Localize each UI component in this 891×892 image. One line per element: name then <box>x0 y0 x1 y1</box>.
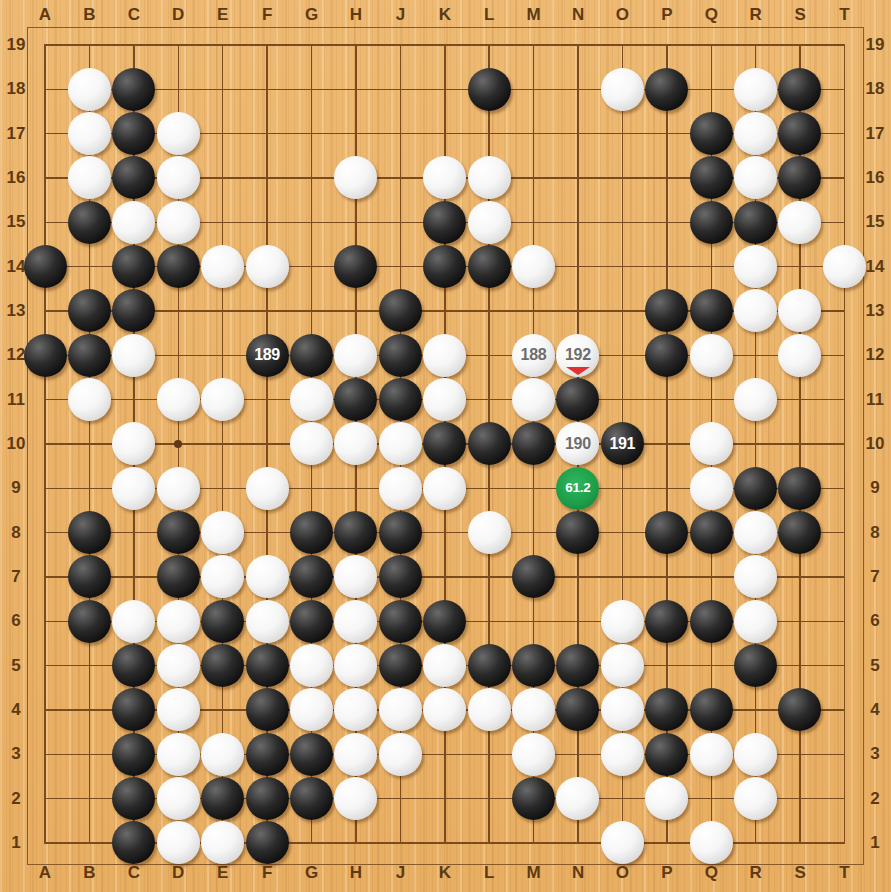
black-stone-B8 <box>68 511 111 554</box>
white-stone-R18 <box>734 68 777 111</box>
move-number-label: 61.2 <box>565 481 590 495</box>
black-stone-J5 <box>379 644 422 687</box>
white-stone-S13 <box>778 289 821 332</box>
white-stone-B16 <box>68 156 111 199</box>
black-stone-G8 <box>290 511 333 554</box>
black-stone-J7 <box>379 555 422 598</box>
white-stone-K11 <box>423 378 466 421</box>
black-stone-S16 <box>778 156 821 199</box>
black-stone-L18 <box>468 68 511 111</box>
black-stone-L14 <box>468 245 511 288</box>
black-stone-B15 <box>68 201 111 244</box>
black-stone-Q4 <box>690 688 733 731</box>
white-stone-H10 <box>334 422 377 465</box>
black-stone-B12 <box>68 334 111 377</box>
white-stone-G11 <box>290 378 333 421</box>
white-stone-R16 <box>734 156 777 199</box>
black-stone-H11 <box>334 378 377 421</box>
white-stone-J9 <box>379 467 422 510</box>
black-stone-N11 <box>556 378 599 421</box>
white-stone-N12: 192 <box>556 334 599 377</box>
black-stone-M2 <box>512 777 555 820</box>
white-stone-M3 <box>512 733 555 776</box>
white-stone-H4 <box>334 688 377 731</box>
white-stone-L15 <box>468 201 511 244</box>
black-stone-K14 <box>423 245 466 288</box>
black-stone-G7 <box>290 555 333 598</box>
white-stone-N2 <box>556 777 599 820</box>
black-stone-S8 <box>778 511 821 554</box>
white-stone-D9 <box>157 467 200 510</box>
black-stone-C3 <box>112 733 155 776</box>
black-stone-F1 <box>246 821 289 864</box>
white-stone-M12: 188 <box>512 334 555 377</box>
black-stone-Q16 <box>690 156 733 199</box>
black-stone-P3 <box>645 733 688 776</box>
white-stone-D4 <box>157 688 200 731</box>
black-stone-C18 <box>112 68 155 111</box>
white-stone-Q1 <box>690 821 733 864</box>
black-stone-K6 <box>423 600 466 643</box>
white-stone-H6 <box>334 600 377 643</box>
black-stone-H14 <box>334 245 377 288</box>
black-stone-F2 <box>246 777 289 820</box>
black-stone-F3 <box>246 733 289 776</box>
black-stone-C16 <box>112 156 155 199</box>
black-stone-L5 <box>468 644 511 687</box>
white-stone-H12 <box>334 334 377 377</box>
black-stone-C5 <box>112 644 155 687</box>
white-stone-L16 <box>468 156 511 199</box>
black-stone-S18 <box>778 68 821 111</box>
white-stone-K4 <box>423 688 466 731</box>
white-stone-D17 <box>157 112 200 155</box>
white-stone-D5 <box>157 644 200 687</box>
black-stone-B6 <box>68 600 111 643</box>
black-stone-J12 <box>379 334 422 377</box>
black-stone-F12: 189 <box>246 334 289 377</box>
white-stone-O18 <box>601 68 644 111</box>
black-stone-K15 <box>423 201 466 244</box>
black-stone-R15 <box>734 201 777 244</box>
white-stone-Q9 <box>690 467 733 510</box>
white-stone-G4 <box>290 688 333 731</box>
white-stone-B11 <box>68 378 111 421</box>
black-stone-A14 <box>24 245 67 288</box>
black-stone-C17 <box>112 112 155 155</box>
white-stone-J4 <box>379 688 422 731</box>
white-stone-D11 <box>157 378 200 421</box>
white-stone-O3 <box>601 733 644 776</box>
white-stone-C6 <box>112 600 155 643</box>
white-stone-F7 <box>246 555 289 598</box>
white-stone-O6 <box>601 600 644 643</box>
white-stone-H5 <box>334 644 377 687</box>
last-move-red-triangle-icon <box>566 367 590 375</box>
white-stone-E14 <box>201 245 244 288</box>
white-stone-E8 <box>201 511 244 554</box>
black-stone-G12 <box>290 334 333 377</box>
black-stone-B13 <box>68 289 111 332</box>
black-stone-M5 <box>512 644 555 687</box>
white-stone-J10 <box>379 422 422 465</box>
black-stone-D7 <box>157 555 200 598</box>
white-stone-B18 <box>68 68 111 111</box>
black-stone-H8 <box>334 511 377 554</box>
black-stone-R9 <box>734 467 777 510</box>
white-stone-D3 <box>157 733 200 776</box>
black-stone-G6 <box>290 600 333 643</box>
black-stone-P8 <box>645 511 688 554</box>
black-stone-O10: 191 <box>601 422 644 465</box>
black-stone-J13 <box>379 289 422 332</box>
black-stone-S9 <box>778 467 821 510</box>
black-stone-J6 <box>379 600 422 643</box>
white-stone-C10 <box>112 422 155 465</box>
white-stone-J3 <box>379 733 422 776</box>
white-stone-E1 <box>201 821 244 864</box>
white-stone-E3 <box>201 733 244 776</box>
white-stone-D1 <box>157 821 200 864</box>
white-stone-G5 <box>290 644 333 687</box>
black-stone-F5 <box>246 644 289 687</box>
black-stone-P12 <box>645 334 688 377</box>
white-stone-M4 <box>512 688 555 731</box>
black-stone-P6 <box>645 600 688 643</box>
board-grid[interactable]: 18918819219019161.2 <box>23 23 867 865</box>
white-stone-F14 <box>246 245 289 288</box>
black-stone-N8 <box>556 511 599 554</box>
white-stone-S12 <box>778 334 821 377</box>
white-stone-R7 <box>734 555 777 598</box>
black-stone-K10 <box>423 422 466 465</box>
white-stone-H16 <box>334 156 377 199</box>
white-stone-D6 <box>157 600 200 643</box>
white-stone-D2 <box>157 777 200 820</box>
black-stone-M7 <box>512 555 555 598</box>
white-stone-R14 <box>734 245 777 288</box>
white-stone-D15 <box>157 201 200 244</box>
white-stone-M14 <box>512 245 555 288</box>
white-stone-L4 <box>468 688 511 731</box>
black-stone-E2 <box>201 777 244 820</box>
white-stone-R3 <box>734 733 777 776</box>
black-stone-S17 <box>778 112 821 155</box>
black-stone-G2 <box>290 777 333 820</box>
black-stone-B7 <box>68 555 111 598</box>
white-stone-G10 <box>290 422 333 465</box>
white-stone-R13 <box>734 289 777 332</box>
white-stone-C9 <box>112 467 155 510</box>
black-stone-P13 <box>645 289 688 332</box>
move-number-label: 189 <box>254 347 280 363</box>
black-stone-C2 <box>112 777 155 820</box>
white-stone-R2 <box>734 777 777 820</box>
white-stone-H2 <box>334 777 377 820</box>
move-number-label: 188 <box>521 347 547 363</box>
white-stone-N10: 190 <box>556 422 599 465</box>
black-stone-S4 <box>778 688 821 731</box>
black-stone-C14 <box>112 245 155 288</box>
white-stone-K16 <box>423 156 466 199</box>
black-stone-Q17 <box>690 112 733 155</box>
go-board: AABBCCDDEEFFGGHHJJKKLLMMNNOOPPQQRRSSTT19… <box>0 0 891 892</box>
white-stone-E11 <box>201 378 244 421</box>
move-number-label: 191 <box>609 436 635 452</box>
black-stone-Q6 <box>690 600 733 643</box>
black-stone-C1 <box>112 821 155 864</box>
white-stone-C12 <box>112 334 155 377</box>
black-stone-M10 <box>512 422 555 465</box>
black-stone-Q15 <box>690 201 733 244</box>
black-stone-G3 <box>290 733 333 776</box>
black-stone-D8 <box>157 511 200 554</box>
white-stone-K9 <box>423 467 466 510</box>
ai-suggestion-stone-N9: 61.2 <box>556 467 599 510</box>
black-stone-E5 <box>201 644 244 687</box>
white-stone-C15 <box>112 201 155 244</box>
black-stone-E6 <box>201 600 244 643</box>
move-number-label: 190 <box>565 436 591 452</box>
black-stone-J11 <box>379 378 422 421</box>
black-stone-D14 <box>157 245 200 288</box>
white-stone-S15 <box>778 201 821 244</box>
white-stone-F6 <box>246 600 289 643</box>
black-stone-Q8 <box>690 511 733 554</box>
white-stone-L8 <box>468 511 511 554</box>
black-stone-J8 <box>379 511 422 554</box>
white-stone-R8 <box>734 511 777 554</box>
white-stone-O4 <box>601 688 644 731</box>
white-stone-H7 <box>334 555 377 598</box>
white-stone-P2 <box>645 777 688 820</box>
white-stone-R6 <box>734 600 777 643</box>
white-stone-Q12 <box>690 334 733 377</box>
white-stone-H3 <box>334 733 377 776</box>
white-stone-B17 <box>68 112 111 155</box>
move-number-label: 192 <box>565 347 591 363</box>
black-stone-Q13 <box>690 289 733 332</box>
black-stone-N5 <box>556 644 599 687</box>
white-stone-K12 <box>423 334 466 377</box>
white-stone-F9 <box>246 467 289 510</box>
black-stone-N4 <box>556 688 599 731</box>
white-stone-Q10 <box>690 422 733 465</box>
black-stone-L10 <box>468 422 511 465</box>
white-stone-E7 <box>201 555 244 598</box>
white-stone-O1 <box>601 821 644 864</box>
black-stone-F4 <box>246 688 289 731</box>
black-stone-R5 <box>734 644 777 687</box>
white-stone-K5 <box>423 644 466 687</box>
white-stone-T14 <box>823 245 866 288</box>
white-stone-R17 <box>734 112 777 155</box>
white-stone-O5 <box>601 644 644 687</box>
black-stone-C4 <box>112 688 155 731</box>
white-stone-D16 <box>157 156 200 199</box>
white-stone-R11 <box>734 378 777 421</box>
black-stone-P4 <box>645 688 688 731</box>
black-stone-A12 <box>24 334 67 377</box>
black-stone-P18 <box>645 68 688 111</box>
white-stone-M11 <box>512 378 555 421</box>
white-stone-Q3 <box>690 733 733 776</box>
black-stone-C13 <box>112 289 155 332</box>
